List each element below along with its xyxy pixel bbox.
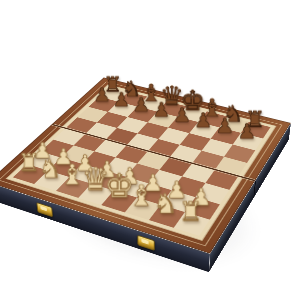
- square-h2: [185, 197, 220, 219]
- square-g2: [161, 190, 196, 212]
- brass-latch: [37, 202, 54, 217]
- square-g1: [149, 205, 185, 228]
- square-a2: [27, 152, 61, 171]
- square-e3: [126, 164, 160, 184]
- square-a1: [13, 164, 48, 184]
- square-h5: [215, 157, 247, 176]
- square-f4: [159, 157, 192, 176]
- square-c2: [69, 164, 103, 184]
- square-e2: [114, 177, 149, 198]
- square-h1: [174, 212, 210, 236]
- square-g5: [192, 151, 224, 170]
- square-g3: [172, 176, 206, 197]
- square-c3: [82, 151, 115, 170]
- square-b2: [48, 158, 82, 177]
- square-f2: [137, 183, 172, 204]
- product-photo-scene: ♜♞♝♛♚♝♞♜♟♟♟♟♟♟♟♟♟♟♟♟♟♟♟♟♜♞♝♛♚♝♞♜: [0, 0, 300, 300]
- square-d3: [104, 157, 137, 176]
- square-d1: [78, 184, 114, 205]
- square-h4: [205, 170, 238, 190]
- square-f3: [148, 170, 182, 190]
- brass-latch: [137, 235, 155, 251]
- square-f1: [125, 198, 161, 221]
- square-d2: [91, 170, 125, 190]
- square-g4: [182, 163, 215, 183]
- square-e4: [137, 151, 170, 170]
- square-e1: [101, 191, 137, 213]
- square-c1: [56, 177, 91, 198]
- square-b1: [34, 171, 69, 191]
- square-h3: [195, 183, 229, 204]
